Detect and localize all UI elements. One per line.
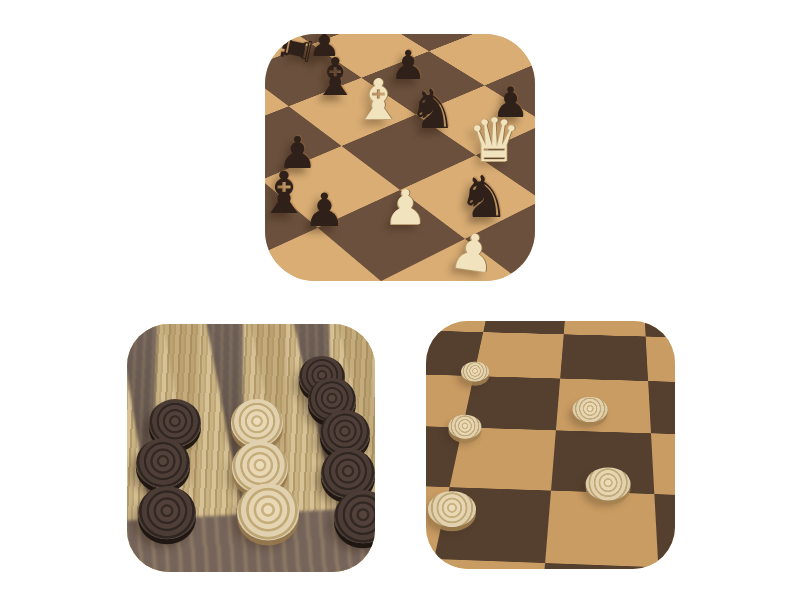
chess-piece-white-pawn: ♟ <box>447 225 498 281</box>
chess-piece-black-knight: ♞ <box>458 168 510 226</box>
light-checker <box>428 491 476 526</box>
light-checker <box>461 362 489 383</box>
chess-piece-black-pawn: ♟ <box>304 187 345 233</box>
light-checker <box>586 468 631 501</box>
chess-piece-white-queen: ♛ <box>468 110 522 170</box>
backgammon-board <box>127 324 375 572</box>
dark-square <box>426 555 433 569</box>
dark-checker <box>136 438 190 488</box>
photo-checkers-board <box>426 321 675 569</box>
chess-piece-black-knight: ♞ <box>408 83 456 137</box>
chess-piece-white-bishop: ♝ <box>353 72 403 128</box>
dark-checker <box>334 490 375 543</box>
photo-backgammon-board <box>127 324 375 572</box>
chess-piece-black-bishop: ♝ <box>312 51 359 103</box>
light-checker <box>449 414 482 438</box>
light-checker <box>573 397 608 423</box>
dark-checker <box>138 486 196 539</box>
light-checker <box>231 399 283 447</box>
light-square <box>657 567 675 569</box>
chess-piece-white-pawn: ♟ <box>384 183 427 231</box>
photo-chess-board: ♜♟♟♝♝♞♟♛♟♝♟♞♟♟ <box>265 34 535 281</box>
light-checker <box>237 483 299 540</box>
chess-pieces-layer: ♜♟♟♝♝♞♟♛♟♝♟♞♟♟ <box>265 34 535 281</box>
checkers-men-layer <box>426 321 675 569</box>
product-photo-collage: ♜♟♟♝♝♞♟♛♟♝♟♞♟♟ <box>0 0 800 600</box>
backgammon-checkers-layer <box>127 324 375 572</box>
